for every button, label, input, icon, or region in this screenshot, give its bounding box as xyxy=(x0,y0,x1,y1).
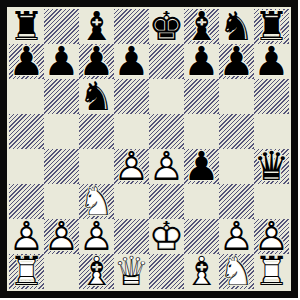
square-f2[interactable] xyxy=(184,219,219,254)
square-h6[interactable] xyxy=(254,79,289,114)
piece-black-bishop[interactable]: ♝ xyxy=(184,9,219,44)
square-c8[interactable]: ♝ xyxy=(79,9,114,44)
piece-white-knight[interactable]: ♘ xyxy=(79,184,114,219)
piece-white-rook[interactable]: ♖ xyxy=(254,254,289,289)
piece-white-pawn[interactable]: ♙ xyxy=(9,219,44,254)
piece-black-knight[interactable]: ♞ xyxy=(219,9,254,44)
piece-white-pawn-fill: ♟ xyxy=(9,219,44,254)
square-h5[interactable] xyxy=(254,114,289,149)
square-c4[interactable] xyxy=(79,149,114,184)
piece-black-pawn[interactable]: ♟ xyxy=(79,44,114,79)
piece-white-rook-fill: ♜ xyxy=(9,254,44,289)
square-c1[interactable]: ♝♗ xyxy=(79,254,114,289)
square-d5[interactable] xyxy=(114,114,149,149)
square-d4[interactable]: ♟♙ xyxy=(114,149,149,184)
piece-black-pawn[interactable]: ♟ xyxy=(219,44,254,79)
square-d8[interactable] xyxy=(114,9,149,44)
square-f1[interactable]: ♝♗ xyxy=(184,254,219,289)
piece-white-pawn[interactable]: ♙ xyxy=(219,219,254,254)
square-h1[interactable]: ♜♖ xyxy=(254,254,289,289)
piece-black-rook[interactable]: ♜ xyxy=(9,9,44,44)
square-g1[interactable]: ♞♘ xyxy=(219,254,254,289)
square-c2[interactable]: ♟♙ xyxy=(79,219,114,254)
square-f4[interactable]: ♟ xyxy=(184,149,219,184)
square-e4[interactable]: ♟♙ xyxy=(149,149,184,184)
square-g5[interactable] xyxy=(219,114,254,149)
square-a8[interactable]: ♜ xyxy=(9,9,44,44)
piece-white-pawn-fill: ♟ xyxy=(149,149,184,184)
square-e8[interactable]: ♚ xyxy=(149,9,184,44)
piece-white-rook[interactable]: ♖ xyxy=(9,254,44,289)
square-f8[interactable]: ♝ xyxy=(184,9,219,44)
square-e5[interactable] xyxy=(149,114,184,149)
piece-black-pawn[interactable]: ♟ xyxy=(184,149,219,184)
piece-white-knight[interactable]: ♘ xyxy=(219,254,254,289)
board-grid: ♜♝♚♝♞♜♟♟♟♟♟♟♟♞♟♙♟♙♟♛♞♘♟♙♟♙♟♙♚♔♟♙♟♙♜♖♝♗♛♕… xyxy=(9,9,289,289)
square-f6[interactable] xyxy=(184,79,219,114)
piece-black-queen[interactable]: ♛ xyxy=(254,149,289,184)
piece-black-pawn[interactable]: ♟ xyxy=(44,44,79,79)
piece-black-pawn[interactable]: ♟ xyxy=(184,44,219,79)
piece-white-queen[interactable]: ♕ xyxy=(114,254,149,289)
square-g8[interactable]: ♞ xyxy=(219,9,254,44)
square-b8[interactable] xyxy=(44,9,79,44)
piece-black-pawn[interactable]: ♟ xyxy=(254,44,289,79)
square-f3[interactable] xyxy=(184,184,219,219)
piece-white-rook-fill: ♜ xyxy=(254,254,289,289)
square-h7[interactable]: ♟ xyxy=(254,44,289,79)
piece-white-bishop-fill: ♝ xyxy=(79,254,114,289)
square-a4[interactable] xyxy=(9,149,44,184)
piece-white-pawn-fill: ♟ xyxy=(114,149,149,184)
piece-white-pawn-fill: ♟ xyxy=(44,219,79,254)
square-b5[interactable] xyxy=(44,114,79,149)
piece-white-king-fill: ♚ xyxy=(149,219,184,254)
board-frame: ♜♝♚♝♞♜♟♟♟♟♟♟♟♞♟♙♟♙♟♛♞♘♟♙♟♙♟♙♚♔♟♙♟♙♜♖♝♗♛♕… xyxy=(0,0,298,298)
piece-white-knight-fill: ♞ xyxy=(219,254,254,289)
square-b4[interactable] xyxy=(44,149,79,184)
square-b7[interactable]: ♟ xyxy=(44,44,79,79)
square-g2[interactable]: ♟♙ xyxy=(219,219,254,254)
piece-black-king[interactable]: ♚ xyxy=(149,9,184,44)
square-f5[interactable] xyxy=(184,114,219,149)
square-g3[interactable] xyxy=(219,184,254,219)
piece-white-knight-fill: ♞ xyxy=(79,184,114,219)
piece-white-pawn[interactable]: ♙ xyxy=(254,219,289,254)
square-a7[interactable]: ♟ xyxy=(9,44,44,79)
piece-white-pawn-fill: ♟ xyxy=(219,219,254,254)
square-b6[interactable] xyxy=(44,79,79,114)
square-c7[interactable]: ♟ xyxy=(79,44,114,79)
piece-white-pawn-fill: ♟ xyxy=(254,219,289,254)
piece-white-king[interactable]: ♔ xyxy=(149,219,184,254)
square-d2[interactable] xyxy=(114,219,149,254)
square-d7[interactable]: ♟ xyxy=(114,44,149,79)
piece-black-knight[interactable]: ♞ xyxy=(79,79,114,114)
square-a2[interactable]: ♟♙ xyxy=(9,219,44,254)
square-a6[interactable] xyxy=(9,79,44,114)
piece-white-bishop-fill: ♝ xyxy=(184,254,219,289)
piece-black-bishop[interactable]: ♝ xyxy=(79,9,114,44)
square-h3[interactable] xyxy=(254,184,289,219)
square-e7[interactable] xyxy=(149,44,184,79)
square-e6[interactable] xyxy=(149,79,184,114)
square-d1[interactable]: ♛♕ xyxy=(114,254,149,289)
piece-white-queen-fill: ♛ xyxy=(114,254,149,289)
piece-white-bishop[interactable]: ♗ xyxy=(79,254,114,289)
square-a3[interactable] xyxy=(9,184,44,219)
square-e3[interactable] xyxy=(149,184,184,219)
square-b1[interactable] xyxy=(44,254,79,289)
chess-diagram: ♜♝♚♝♞♜♟♟♟♟♟♟♟♞♟♙♟♙♟♛♞♘♟♙♟♙♟♙♚♔♟♙♟♙♜♖♝♗♛♕… xyxy=(0,0,300,300)
square-h4[interactable]: ♛ xyxy=(254,149,289,184)
square-c6[interactable]: ♞ xyxy=(79,79,114,114)
square-g6[interactable] xyxy=(219,79,254,114)
square-g7[interactable]: ♟ xyxy=(219,44,254,79)
piece-white-pawn[interactable]: ♙ xyxy=(44,219,79,254)
square-b3[interactable] xyxy=(44,184,79,219)
square-d3[interactable] xyxy=(114,184,149,219)
piece-white-pawn[interactable]: ♙ xyxy=(79,219,114,254)
square-c5[interactable] xyxy=(79,114,114,149)
square-f7[interactable]: ♟ xyxy=(184,44,219,79)
square-d6[interactable] xyxy=(114,79,149,114)
square-e2[interactable]: ♚♔ xyxy=(149,219,184,254)
piece-white-pawn[interactable]: ♙ xyxy=(114,149,149,184)
piece-white-pawn[interactable]: ♙ xyxy=(149,149,184,184)
piece-black-pawn[interactable]: ♟ xyxy=(114,44,149,79)
piece-black-rook[interactable]: ♜ xyxy=(254,9,289,44)
square-c3[interactable]: ♞♘ xyxy=(79,184,114,219)
piece-white-pawn-fill: ♟ xyxy=(79,219,114,254)
square-a5[interactable] xyxy=(9,114,44,149)
square-e1[interactable] xyxy=(149,254,184,289)
piece-black-pawn[interactable]: ♟ xyxy=(9,44,44,79)
square-g4[interactable] xyxy=(219,149,254,184)
square-a1[interactable]: ♜♖ xyxy=(9,254,44,289)
piece-white-bishop[interactable]: ♗ xyxy=(184,254,219,289)
square-h2[interactable]: ♟♙ xyxy=(254,219,289,254)
square-h8[interactable]: ♜ xyxy=(254,9,289,44)
square-b2[interactable]: ♟♙ xyxy=(44,219,79,254)
